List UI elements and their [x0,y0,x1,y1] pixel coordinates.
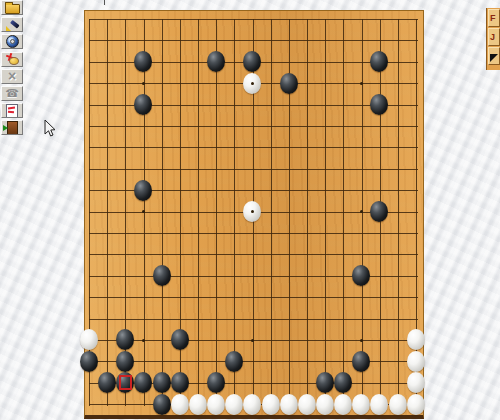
black-stone [370,51,388,72]
white-stone [280,394,298,415]
black-stone [171,372,189,393]
white-stone [80,329,98,350]
black-stone [334,372,352,393]
open-file-icon [5,4,20,14]
black-stone [134,180,152,201]
toolbar-disk-button[interactable] [1,34,23,49]
white-stone [389,394,407,415]
phone-connect-icon: ☎ [5,88,19,99]
toolbar-mark-stones-button[interactable] [1,52,23,67]
black-stone [134,94,152,115]
black-stone [153,394,171,415]
toolbar-phone-connect-button[interactable]: ☎ [1,86,23,101]
side-f-button[interactable]: F [488,9,500,27]
star-point [360,339,363,342]
white-stone [262,394,280,415]
star-point [251,82,254,85]
black-stone [153,372,171,393]
toolbar: ×☎ [0,0,26,140]
white-stone [316,394,334,415]
mark-stones-icon [5,53,19,65]
black-stone [370,94,388,115]
star-point [142,339,145,342]
star-point [251,339,254,342]
side-panel: FJ [486,8,500,70]
disk-icon [6,35,19,48]
white-stone [407,329,425,350]
black-stone [153,265,171,286]
white-stone [207,394,225,415]
black-stone [80,351,98,372]
black-stone [352,351,370,372]
white-stone [407,372,425,393]
star-point [360,82,363,85]
window-edge-tick [104,0,105,5]
black-stone [280,73,298,94]
mouse-cursor [44,119,57,138]
black-stone [116,351,134,372]
side-wedge-button[interactable] [488,47,500,65]
toolbar-close-button[interactable]: × [1,69,23,84]
app-window: ×☎ FJ [0,0,500,420]
go-board[interactable] [84,10,424,419]
black-stone [352,265,370,286]
black-stone [171,329,189,350]
white-stone [171,394,189,415]
black-stone [243,51,261,72]
black-stone [225,351,243,372]
white-stone [225,394,243,415]
last-move-marker [119,375,132,390]
white-stone [298,394,316,415]
black-stone [370,201,388,222]
white-stone [370,394,388,415]
white-stone [334,394,352,415]
black-stone [116,329,134,350]
white-stone [243,394,261,415]
star-point [142,82,145,85]
toolbar-edit-pen-button[interactable] [1,17,23,32]
black-stone [207,51,225,72]
white-stone [352,394,370,415]
toolbar-exit-door-button[interactable] [1,120,23,135]
black-stone [134,51,152,72]
black-stone [207,372,225,393]
white-stone [407,394,425,415]
white-stone [407,351,425,372]
close-icon: × [8,69,16,83]
black-wedge-icon [490,54,498,62]
exit-door-icon [7,121,18,135]
black-stone [98,372,116,393]
black-stone [316,372,334,393]
side-j-button[interactable]: J [488,28,500,46]
score-sheet-icon [6,104,18,118]
toolbar-score-sheet-button[interactable] [1,103,23,118]
toolbar-open-file-button[interactable] [1,0,23,15]
black-stone [134,372,152,393]
edit-pen-icon [5,19,19,31]
white-stone [189,394,207,415]
